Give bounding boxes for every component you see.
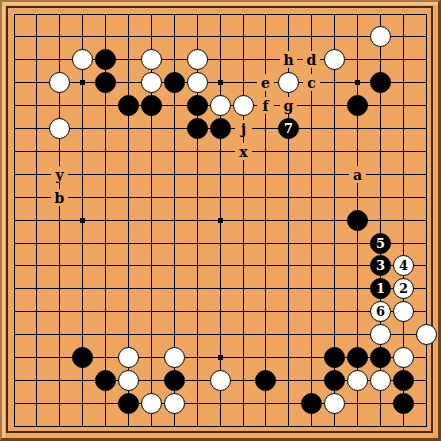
black-stone[interactable] bbox=[393, 393, 414, 414]
black-stone[interactable] bbox=[187, 95, 208, 116]
star-point bbox=[80, 80, 85, 85]
black-stone[interactable] bbox=[95, 370, 116, 391]
black-stone[interactable] bbox=[141, 95, 162, 116]
star-point bbox=[218, 355, 223, 360]
white-stone[interactable]: 6 bbox=[370, 301, 391, 322]
white-stone[interactable] bbox=[72, 49, 93, 70]
white-stone[interactable] bbox=[141, 72, 162, 93]
white-stone[interactable] bbox=[164, 393, 185, 414]
point-label-e[interactable]: e bbox=[257, 74, 274, 91]
black-stone[interactable] bbox=[95, 49, 116, 70]
grid-line-vertical bbox=[426, 14, 427, 427]
white-stone[interactable] bbox=[49, 72, 70, 93]
black-stone[interactable] bbox=[164, 370, 185, 391]
black-stone[interactable] bbox=[301, 393, 322, 414]
go-diagram: 7534126abcdefghjxy bbox=[0, 0, 441, 441]
white-stone[interactable] bbox=[393, 301, 414, 322]
star-point bbox=[355, 80, 360, 85]
white-stone[interactable] bbox=[416, 324, 437, 345]
white-stone[interactable] bbox=[347, 370, 368, 391]
black-stone[interactable] bbox=[95, 72, 116, 93]
white-stone[interactable] bbox=[187, 49, 208, 70]
white-stone[interactable] bbox=[141, 393, 162, 414]
white-stone[interactable] bbox=[118, 347, 139, 368]
white-stone[interactable] bbox=[324, 393, 345, 414]
white-stone[interactable] bbox=[370, 370, 391, 391]
black-stone[interactable] bbox=[324, 370, 345, 391]
black-stone[interactable] bbox=[347, 95, 368, 116]
white-stone[interactable] bbox=[118, 370, 139, 391]
white-stone[interactable] bbox=[164, 347, 185, 368]
move-number: 2 bbox=[399, 282, 408, 295]
white-stone[interactable]: 4 bbox=[393, 255, 414, 276]
point-label-c[interactable]: c bbox=[303, 74, 320, 91]
white-stone[interactable] bbox=[393, 347, 414, 368]
black-stone[interactable]: 3 bbox=[370, 255, 391, 276]
grid-line-horizontal bbox=[14, 288, 427, 289]
black-stone[interactable] bbox=[210, 118, 231, 139]
black-stone[interactable]: 7 bbox=[278, 118, 299, 139]
white-stone[interactable] bbox=[370, 26, 391, 47]
black-stone[interactable] bbox=[187, 118, 208, 139]
move-number: 5 bbox=[376, 237, 385, 250]
white-stone[interactable] bbox=[233, 95, 254, 116]
move-number: 7 bbox=[284, 122, 293, 135]
move-number: 4 bbox=[399, 259, 408, 272]
white-stone[interactable] bbox=[210, 95, 231, 116]
move-number: 3 bbox=[376, 259, 385, 272]
white-stone[interactable] bbox=[278, 72, 299, 93]
grid-line-horizontal bbox=[14, 311, 427, 312]
black-stone[interactable] bbox=[370, 347, 391, 368]
grid-line-horizontal bbox=[14, 265, 427, 266]
black-stone[interactable] bbox=[324, 347, 345, 368]
go-board: 7534126abcdefghjxy bbox=[0, 0, 441, 441]
point-label-y[interactable]: y bbox=[51, 166, 68, 183]
point-label-d[interactable]: d bbox=[303, 51, 320, 68]
grid-line-horizontal bbox=[14, 334, 427, 335]
star-point bbox=[80, 218, 85, 223]
white-stone[interactable] bbox=[187, 72, 208, 93]
black-stone[interactable]: 1 bbox=[370, 278, 391, 299]
grid-line-horizontal bbox=[14, 403, 427, 404]
move-number: 6 bbox=[376, 305, 385, 318]
black-stone[interactable] bbox=[370, 72, 391, 93]
white-stone[interactable] bbox=[141, 49, 162, 70]
point-label-f[interactable]: f bbox=[257, 97, 274, 114]
move-number: 1 bbox=[376, 282, 385, 295]
star-point bbox=[218, 80, 223, 85]
grid-line-vertical bbox=[243, 14, 244, 427]
white-stone[interactable] bbox=[370, 324, 391, 345]
white-stone[interactable] bbox=[210, 370, 231, 391]
white-stone[interactable] bbox=[324, 49, 345, 70]
white-stone[interactable]: 2 bbox=[393, 278, 414, 299]
black-stone[interactable]: 5 bbox=[370, 233, 391, 254]
star-point bbox=[218, 218, 223, 223]
black-stone[interactable] bbox=[255, 370, 276, 391]
point-label-g[interactable]: g bbox=[280, 97, 297, 114]
black-stone[interactable] bbox=[164, 72, 185, 93]
black-stone[interactable] bbox=[118, 95, 139, 116]
point-label-x[interactable]: x bbox=[235, 143, 252, 160]
black-stone[interactable] bbox=[118, 393, 139, 414]
black-stone[interactable] bbox=[393, 370, 414, 391]
white-stone[interactable] bbox=[49, 118, 70, 139]
grid-line-horizontal bbox=[14, 426, 427, 427]
black-stone[interactable] bbox=[72, 347, 93, 368]
point-label-a[interactable]: a bbox=[349, 166, 366, 183]
point-label-b[interactable]: b bbox=[51, 189, 68, 206]
black-stone[interactable] bbox=[347, 347, 368, 368]
grid-line-horizontal bbox=[14, 243, 427, 244]
point-label-j[interactable]: j bbox=[235, 120, 252, 137]
black-stone[interactable] bbox=[347, 210, 368, 231]
point-label-h[interactable]: h bbox=[280, 51, 297, 68]
